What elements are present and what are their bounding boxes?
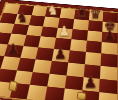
square-h1[interactable]: [99, 92, 117, 100]
chessboard-photo: ♞♜♛♞♚♟♟♟♟♟♟: [0, 0, 118, 100]
piece-white-pawn[interactable]: ♟: [58, 24, 70, 38]
square-g6[interactable]: [87, 30, 103, 42]
board-foot-right: [76, 91, 86, 100]
piece-black-pawn[interactable]: ♟: [6, 42, 19, 56]
square-g5[interactable]: [85, 41, 102, 54]
piece-black-knight[interactable]: ♞: [16, 10, 28, 23]
piece-white-pawn[interactable]: ♟: [0, 40, 3, 54]
square-c4[interactable]: [20, 46, 39, 59]
square-e3[interactable]: [50, 61, 68, 75]
piece-black-pawn[interactable]: ♟: [84, 75, 98, 91]
square-f6[interactable]: [71, 29, 87, 41]
square-d6[interactable]: [41, 26, 58, 38]
chess-board: ♞♜♛♞♚♟♟♟♟♟♟: [0, 0, 118, 100]
square-h5[interactable]: [101, 42, 117, 55]
piece-black-pawn[interactable]: ♟: [54, 46, 67, 60]
square-e1[interactable]: [45, 87, 65, 100]
piece-white-knight[interactable]: ♞: [47, 4, 58, 17]
piece-black-queen[interactable]: ♛: [90, 7, 102, 20]
square-h6[interactable]: ♟: [102, 32, 118, 44]
piece-black-rook[interactable]: ♜: [76, 6, 87, 19]
piece-black-pawn[interactable]: ♟: [104, 28, 116, 42]
square-f5[interactable]: [70, 39, 87, 52]
board-grid: ♞♜♛♞♚♟♟♟♟♟♟: [0, 4, 118, 100]
